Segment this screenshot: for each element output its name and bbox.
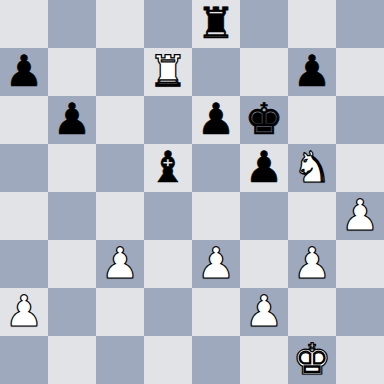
square-a3[interactable]: [0, 240, 48, 288]
square-b1[interactable]: [48, 336, 96, 384]
square-g2[interactable]: [288, 288, 336, 336]
square-e2[interactable]: [192, 288, 240, 336]
square-h1[interactable]: [336, 336, 384, 384]
piece-white-rook[interactable]: ♜: [149, 48, 188, 95]
square-d4[interactable]: [144, 192, 192, 240]
piece-black-bishop[interactable]: ♝: [149, 144, 188, 191]
square-a5[interactable]: [0, 144, 48, 192]
square-h7[interactable]: [336, 48, 384, 96]
square-d1[interactable]: [144, 336, 192, 384]
square-c3[interactable]: ♟: [96, 240, 144, 288]
square-c6[interactable]: [96, 96, 144, 144]
chess-board: ♜♟♜♟♟♟♚♝♟♞♟♟♟♟♟♟♚: [0, 0, 384, 384]
square-g1[interactable]: ♚: [288, 336, 336, 384]
piece-black-rook[interactable]: ♜: [197, 0, 236, 47]
square-c1[interactable]: [96, 336, 144, 384]
square-a7[interactable]: ♟: [0, 48, 48, 96]
square-g7[interactable]: ♟: [288, 48, 336, 96]
square-h4[interactable]: ♟: [336, 192, 384, 240]
square-a8[interactable]: [0, 0, 48, 48]
piece-black-pawn[interactable]: ♟: [293, 48, 332, 95]
square-c4[interactable]: [96, 192, 144, 240]
square-f6[interactable]: ♚: [240, 96, 288, 144]
square-h8[interactable]: [336, 0, 384, 48]
square-a2[interactable]: ♟: [0, 288, 48, 336]
square-e6[interactable]: ♟: [192, 96, 240, 144]
piece-white-pawn[interactable]: ♟: [245, 288, 284, 335]
piece-white-pawn[interactable]: ♟: [5, 288, 44, 335]
piece-white-pawn[interactable]: ♟: [341, 192, 380, 239]
square-g5[interactable]: ♞: [288, 144, 336, 192]
square-g4[interactable]: [288, 192, 336, 240]
piece-white-pawn[interactable]: ♟: [293, 240, 332, 287]
square-h6[interactable]: [336, 96, 384, 144]
piece-black-pawn[interactable]: ♟: [245, 144, 284, 191]
square-e5[interactable]: [192, 144, 240, 192]
piece-white-king[interactable]: ♚: [293, 336, 332, 383]
square-e8[interactable]: ♜: [192, 0, 240, 48]
square-h2[interactable]: [336, 288, 384, 336]
square-c7[interactable]: [96, 48, 144, 96]
square-g6[interactable]: [288, 96, 336, 144]
square-f4[interactable]: [240, 192, 288, 240]
piece-white-knight[interactable]: ♞: [293, 144, 332, 191]
square-d3[interactable]: [144, 240, 192, 288]
square-d6[interactable]: [144, 96, 192, 144]
piece-black-pawn[interactable]: ♟: [53, 96, 92, 143]
square-d2[interactable]: [144, 288, 192, 336]
square-f1[interactable]: [240, 336, 288, 384]
piece-white-pawn[interactable]: ♟: [101, 240, 140, 287]
square-b7[interactable]: [48, 48, 96, 96]
square-a4[interactable]: [0, 192, 48, 240]
square-c2[interactable]: [96, 288, 144, 336]
square-e1[interactable]: [192, 336, 240, 384]
square-e3[interactable]: ♟: [192, 240, 240, 288]
square-f3[interactable]: [240, 240, 288, 288]
piece-black-king[interactable]: ♚: [245, 96, 284, 143]
square-a1[interactable]: [0, 336, 48, 384]
square-f5[interactable]: ♟: [240, 144, 288, 192]
square-f8[interactable]: [240, 0, 288, 48]
square-b5[interactable]: [48, 144, 96, 192]
square-g8[interactable]: [288, 0, 336, 48]
square-d8[interactable]: [144, 0, 192, 48]
square-e7[interactable]: [192, 48, 240, 96]
square-c8[interactable]: [96, 0, 144, 48]
square-h3[interactable]: [336, 240, 384, 288]
square-d5[interactable]: ♝: [144, 144, 192, 192]
piece-white-pawn[interactable]: ♟: [197, 240, 236, 287]
square-b6[interactable]: ♟: [48, 96, 96, 144]
piece-black-pawn[interactable]: ♟: [5, 48, 44, 95]
square-a6[interactable]: [0, 96, 48, 144]
square-f7[interactable]: [240, 48, 288, 96]
square-d7[interactable]: ♜: [144, 48, 192, 96]
square-e4[interactable]: [192, 192, 240, 240]
square-f2[interactable]: ♟: [240, 288, 288, 336]
square-b3[interactable]: [48, 240, 96, 288]
square-b8[interactable]: [48, 0, 96, 48]
piece-black-pawn[interactable]: ♟: [197, 96, 236, 143]
square-g3[interactable]: ♟: [288, 240, 336, 288]
square-c5[interactable]: [96, 144, 144, 192]
square-h5[interactable]: [336, 144, 384, 192]
square-b4[interactable]: [48, 192, 96, 240]
square-b2[interactable]: [48, 288, 96, 336]
